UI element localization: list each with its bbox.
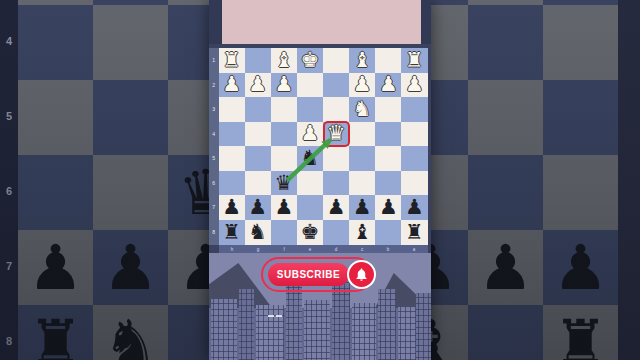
piece-black-rook: ♜ [401, 220, 427, 245]
bg-square-g8: ♞ [93, 305, 168, 360]
building-3 [256, 305, 284, 360]
board-square-c2[interactable]: ♟ [349, 73, 375, 98]
board-square-d6[interactable] [323, 171, 349, 196]
board-square-c5[interactable] [349, 146, 375, 171]
subscribe-label: SUBSCRIBE [277, 269, 340, 280]
building-4 [286, 283, 302, 360]
board-square-c1[interactable]: ♝ [349, 48, 375, 73]
board-square-d5[interactable] [323, 146, 349, 171]
bg-square-g7: ♟ [93, 230, 168, 305]
bg-square-b7: ♟ [468, 230, 543, 305]
chess-board: ♜♝♚♝♜♟♟♟♟♟♟♞♟♛♞♛♟♟♟♟♟♟♟♜♞♚♝♜ [219, 48, 428, 245]
subscribe-button[interactable]: SUBSCRIBE [268, 263, 349, 286]
bg-square-h5 [18, 80, 93, 155]
board-square-a6[interactable] [401, 171, 427, 196]
piece-white-rook: ♜ [219, 48, 245, 73]
piece-white-pawn: ♟ [245, 73, 271, 98]
bg-square-b8 [468, 305, 543, 360]
background-right-edge [618, 0, 640, 360]
file-labels: hgfedcba [219, 245, 428, 254]
piece-black-pawn: ♟ [219, 195, 245, 220]
board-square-a8[interactable]: ♜ [401, 220, 427, 245]
piece-white-bishop: ♝ [349, 48, 375, 73]
board-square-f3[interactable] [271, 97, 297, 122]
piece-white-pawn: ♟ [219, 73, 245, 98]
file-label-e: e [300, 246, 320, 252]
bg-square-h8: ♜ [18, 305, 93, 360]
bg-square-a5 [543, 80, 618, 155]
file-label-g: g [248, 246, 268, 252]
piece-white-pawn: ♟ [271, 73, 297, 98]
board-square-g7[interactable]: ♟ [245, 195, 271, 220]
board-square-a4[interactable] [401, 122, 427, 147]
board-square-f4[interactable] [271, 122, 297, 147]
board-square-b5[interactable] [375, 146, 401, 171]
piece-black-rook: ♜ [219, 220, 245, 245]
board-square-g6[interactable] [245, 171, 271, 196]
board-square-d1[interactable] [323, 48, 349, 73]
chess-board-frame: 12345678 ♜♝♚♝♜♟♟♟♟♟♟♞♟♛♞♛♟♟♟♟♟♟♟♜♞♚♝♜ hg… [209, 44, 431, 253]
bg-square-a4 [543, 5, 618, 80]
file-label-a: a [405, 246, 425, 252]
board-square-h2[interactable]: ♟ [219, 73, 245, 98]
board-square-e2[interactable] [297, 73, 323, 98]
board-square-c7[interactable]: ♟ [349, 195, 375, 220]
board-square-b6[interactable] [375, 171, 401, 196]
board-square-e7[interactable] [297, 195, 323, 220]
piece-black-rook: ♜ [543, 305, 618, 360]
board-square-e4[interactable]: ♟ [297, 122, 323, 147]
board-square-a3[interactable] [401, 97, 427, 122]
notification-bell-button[interactable] [347, 260, 376, 289]
board-square-d8[interactable] [323, 220, 349, 245]
piece-black-rook: ♜ [18, 305, 93, 360]
board-square-h3[interactable] [219, 97, 245, 122]
board-square-d4[interactable]: ♛ [323, 122, 349, 147]
board-square-a1[interactable]: ♜ [401, 48, 427, 73]
building-5 [304, 300, 330, 360]
bell-icon [354, 267, 369, 282]
board-square-a2[interactable]: ♟ [401, 73, 427, 98]
board-square-g4[interactable] [245, 122, 271, 147]
board-square-e5[interactable]: ♞ [297, 146, 323, 171]
board-square-e6[interactable] [297, 171, 323, 196]
bg-square-h7: ♟ [18, 230, 93, 305]
subscribe-button-outline: SUBSCRIBE [261, 257, 373, 292]
bg-rank-label-7: 7 [0, 260, 18, 275]
building-2 [239, 289, 254, 360]
bg-square-a8: ♜ [543, 305, 618, 360]
board-square-c6[interactable] [349, 171, 375, 196]
rank-label-5: 5 [210, 148, 218, 169]
bg-square-g6 [93, 155, 168, 230]
piece-black-pawn: ♟ [245, 195, 271, 220]
board-square-d7[interactable]: ♟ [323, 195, 349, 220]
board-square-b1[interactable] [375, 48, 401, 73]
piece-white-pawn: ♟ [349, 73, 375, 98]
board-square-f8[interactable] [271, 220, 297, 245]
piece-white-bishop: ♝ [271, 48, 297, 73]
piece-white-queen: ♛ [323, 122, 349, 147]
board-square-f1[interactable]: ♝ [271, 48, 297, 73]
background-rank-gutter [0, 0, 18, 360]
board-square-c3[interactable]: ♞ [349, 97, 375, 122]
board-square-a5[interactable] [401, 146, 427, 171]
bg-square-b5 [468, 80, 543, 155]
rank-label-3: 3 [210, 99, 218, 120]
board-square-b4[interactable] [375, 122, 401, 147]
file-label-c: c [352, 246, 372, 252]
board-square-b2[interactable]: ♟ [375, 73, 401, 98]
file-label-b: b [379, 246, 399, 252]
board-square-c8[interactable]: ♝ [349, 220, 375, 245]
board-square-e1[interactable]: ♚ [297, 48, 323, 73]
board-square-f7[interactable]: ♟ [271, 195, 297, 220]
bg-square-g5 [93, 80, 168, 155]
board-square-h7[interactable]: ♟ [219, 195, 245, 220]
board-square-h1[interactable]: ♜ [219, 48, 245, 73]
bg-rank-label-8: 8 [0, 335, 18, 350]
file-label-f: f [274, 246, 294, 252]
piece-black-pawn: ♟ [543, 230, 618, 305]
piece-black-king: ♚ [297, 220, 323, 245]
file-label-h: h [222, 246, 242, 252]
bg-square-b6 [468, 155, 543, 230]
board-square-b7[interactable]: ♟ [375, 195, 401, 220]
bg-square-b4 [468, 5, 543, 80]
board-square-h4[interactable] [219, 122, 245, 147]
board-square-g3[interactable] [245, 97, 271, 122]
board-square-g1[interactable] [245, 48, 271, 73]
board-square-g8[interactable]: ♞ [245, 220, 271, 245]
board-square-d3[interactable] [323, 97, 349, 122]
piece-white-pawn: ♟ [297, 122, 323, 147]
board-square-e8[interactable]: ♚ [297, 220, 323, 245]
board-square-h6[interactable] [219, 171, 245, 196]
piece-black-knight: ♞ [93, 305, 168, 360]
piece-black-knight: ♞ [297, 146, 323, 171]
board-right-border [428, 48, 432, 253]
piece-black-queen: ♛ [271, 171, 297, 196]
building-9 [398, 307, 418, 360]
board-square-g2[interactable]: ♟ [245, 73, 271, 98]
piece-black-pawn: ♟ [18, 230, 93, 305]
bg-square-h4 [18, 5, 93, 80]
rank-label-4: 4 [210, 124, 218, 145]
building-1 [211, 299, 237, 360]
bg-rank-label-4: 4 [0, 35, 18, 50]
board-square-b3[interactable] [375, 97, 401, 122]
piece-white-rook: ♜ [401, 48, 427, 73]
window-lights [268, 315, 282, 317]
rank-label-8: 8 [210, 222, 218, 243]
bg-square-g4 [93, 5, 168, 80]
building-7 [352, 303, 376, 360]
building-8 [378, 289, 396, 360]
building-10 [416, 293, 431, 360]
rank-label-1: 1 [210, 50, 218, 71]
board-square-b8[interactable] [375, 220, 401, 245]
bg-square-a6 [543, 155, 618, 230]
bg-rank-label-5: 5 [0, 110, 18, 125]
piece-white-knight: ♞ [349, 97, 375, 122]
rank-label-6: 6 [210, 173, 218, 194]
piece-black-pawn: ♟ [323, 195, 349, 220]
rank-labels: 12345678 [209, 48, 219, 245]
rank-label-7: 7 [210, 197, 218, 218]
rank-label-2: 2 [210, 74, 218, 95]
board-square-c4[interactable] [349, 122, 375, 147]
piece-white-pawn: ♟ [401, 73, 427, 98]
board-square-d2[interactable] [323, 73, 349, 98]
piece-white-king: ♚ [297, 48, 323, 73]
piece-black-pawn: ♟ [375, 195, 401, 220]
piece-black-bishop: ♝ [349, 220, 375, 245]
bg-square-h6 [18, 155, 93, 230]
piece-black-pawn: ♟ [401, 195, 427, 220]
board-square-a7[interactable]: ♟ [401, 195, 427, 220]
video-strip: 12345678 ♜♝♚♝♜♟♟♟♟♟♟♞♟♛♞♛♟♟♟♟♟♟♟♜♞♚♝♜ hg… [209, 0, 431, 360]
piece-black-pawn: ♟ [468, 230, 543, 305]
piece-white-pawn: ♟ [375, 73, 401, 98]
board-square-e3[interactable] [297, 97, 323, 122]
top-banner [222, 0, 421, 44]
board-square-h8[interactable]: ♜ [219, 220, 245, 245]
bg-rank-label-6: 6 [0, 185, 18, 200]
piece-black-pawn: ♟ [349, 195, 375, 220]
piece-black-pawn: ♟ [271, 195, 297, 220]
board-square-h5[interactable] [219, 146, 245, 171]
piece-black-pawn: ♟ [93, 230, 168, 305]
board-square-f5[interactable] [271, 146, 297, 171]
bg-square-a7: ♟ [543, 230, 618, 305]
board-square-f6[interactable]: ♛ [271, 171, 297, 196]
file-label-d: d [326, 246, 346, 252]
piece-black-knight: ♞ [245, 220, 271, 245]
board-square-g5[interactable] [245, 146, 271, 171]
board-square-f2[interactable]: ♟ [271, 73, 297, 98]
